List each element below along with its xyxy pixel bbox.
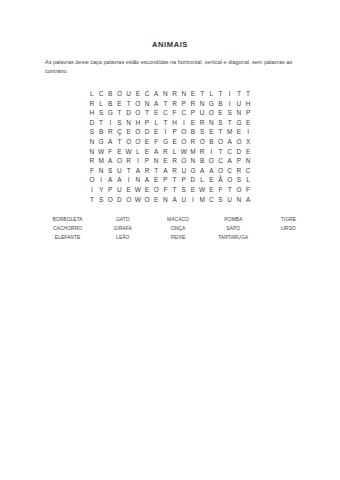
word-list-item: CACHORRO	[40, 224, 95, 233]
grid-cell[interactable]: Y	[97, 185, 106, 195]
grid-cell[interactable]: E	[124, 127, 133, 137]
grid-cell[interactable]: A	[106, 156, 115, 166]
grid-cell[interactable]: U	[124, 89, 133, 99]
grid-cell[interactable]: R	[170, 89, 179, 99]
grid-cell[interactable]: G	[106, 108, 115, 118]
grid-cell[interactable]: C	[216, 156, 225, 166]
grid-cell[interactable]: L	[133, 146, 142, 156]
grid-cell[interactable]: O	[207, 108, 216, 118]
grid-cell[interactable]: I	[225, 89, 234, 99]
grid-cell[interactable]: O	[106, 194, 115, 204]
grid-cell[interactable]: E	[133, 89, 142, 99]
word-list: BORBOLETACACHORROELEFANTEGATOGIRAFALEÃOM…	[0, 215, 340, 242]
grid-cell[interactable]: N	[152, 156, 161, 166]
grid-cell[interactable]: M	[225, 127, 234, 137]
grid-cell[interactable]: W	[97, 146, 106, 156]
grid-cell[interactable]: O	[198, 137, 207, 147]
grid-cell[interactable]: S	[97, 108, 106, 118]
grid-cell[interactable]: B	[106, 89, 115, 99]
grid-cell[interactable]: E	[124, 185, 133, 195]
grid-cell[interactable]: E	[161, 156, 170, 166]
grid-cell[interactable]: E	[234, 127, 243, 137]
grid-cell[interactable]: U	[198, 108, 207, 118]
grid-cell[interactable]: P	[142, 118, 151, 128]
grid-cell[interactable]: A	[225, 137, 234, 147]
grid-cell[interactable]: U	[234, 98, 243, 108]
grid-cell[interactable]: N	[234, 194, 243, 204]
grid-cell[interactable]: R	[87, 156, 96, 166]
grid-cell[interactable]: P	[179, 175, 188, 185]
grid-cell[interactable]: M	[198, 194, 207, 204]
grid-cell[interactable]: E	[216, 108, 225, 118]
grid-cell[interactable]: O	[152, 185, 161, 195]
grid-cell[interactable]: A	[142, 175, 151, 185]
grid-cell[interactable]: N	[161, 89, 170, 99]
word-list-item: ONÇA	[150, 224, 205, 233]
grid-cell[interactable]: S	[234, 175, 243, 185]
grid-cell[interactable]: H	[87, 108, 96, 118]
grid-cell[interactable]: F	[170, 108, 179, 118]
grid-cell[interactable]: S	[87, 127, 96, 137]
grid-cell[interactable]: P	[188, 108, 197, 118]
grid-cell[interactable]: O	[87, 175, 96, 185]
grid-cell[interactable]: E	[170, 137, 179, 147]
grid-cell[interactable]: T	[124, 166, 133, 176]
grid-cell[interactable]: I	[179, 118, 188, 128]
grid-cell[interactable]: E	[244, 146, 253, 156]
grid-cell[interactable]: O	[207, 156, 216, 166]
grid-cell[interactable]: N	[124, 118, 133, 128]
grid-cell[interactable]: R	[198, 118, 207, 128]
grid-cell[interactable]: T	[170, 175, 179, 185]
grid-cell[interactable]: B	[106, 98, 115, 108]
grid-cell[interactable]: B	[198, 156, 207, 166]
grid-cell[interactable]: G	[234, 118, 243, 128]
grid-cell[interactable]: O	[179, 127, 188, 137]
grid-cell[interactable]: O	[225, 175, 234, 185]
grid-cell[interactable]: B	[207, 137, 216, 147]
grid-cell[interactable]: W	[179, 146, 188, 156]
grid-cell[interactable]: E	[152, 108, 161, 118]
grid-cell[interactable]: A	[106, 137, 115, 147]
grid-cell[interactable]: S	[216, 118, 225, 128]
grid-cell[interactable]: A	[207, 166, 216, 176]
grid-cell[interactable]: H	[244, 98, 253, 108]
grid-cell[interactable]: O	[115, 156, 124, 166]
grid-cell[interactable]: R	[142, 166, 151, 176]
grid-cell[interactable]: I	[133, 156, 142, 166]
grid-cell[interactable]: N	[87, 146, 96, 156]
grid-cell[interactable]: O	[234, 137, 243, 147]
grid-cell[interactable]: H	[133, 118, 142, 128]
grid-cell[interactable]: E	[207, 185, 216, 195]
grid-cell[interactable]: T	[97, 118, 106, 128]
grid-cell[interactable]: T	[216, 89, 225, 99]
word-list-item: TIGRE	[261, 215, 316, 224]
grid-cell[interactable]: O	[124, 137, 133, 147]
grid-cell[interactable]: I	[244, 127, 253, 137]
grid-cell[interactable]: D	[124, 108, 133, 118]
grid-cell[interactable]: R	[124, 156, 133, 166]
grid-cell[interactable]: U	[179, 166, 188, 176]
grid-cell[interactable]: C	[244, 166, 253, 176]
grid-cell[interactable]: T	[170, 185, 179, 195]
grid-cell[interactable]: T	[216, 127, 225, 137]
grid-cell[interactable]: Ã	[216, 175, 225, 185]
grid-cell[interactable]: O	[124, 194, 133, 204]
puzzle-instructions: As palavras deste caça palavras estão es…	[45, 58, 298, 76]
grid-cell[interactable]: E	[207, 175, 216, 185]
word-list-column: TIGREURSO	[261, 215, 316, 242]
grid-cell[interactable]: O	[179, 137, 188, 147]
grid-cell[interactable]: E	[188, 185, 197, 195]
grid-cell[interactable]: F	[106, 146, 115, 156]
grid-cell[interactable]: O	[216, 137, 225, 147]
grid-cell[interactable]: P	[161, 175, 170, 185]
grid-cell[interactable]: D	[234, 146, 243, 156]
grid-cell[interactable]: O	[179, 156, 188, 166]
grid-cell[interactable]: L	[152, 118, 161, 128]
grid-cell[interactable]: A	[106, 175, 115, 185]
word-list-item: URSO	[261, 224, 316, 233]
grid-cell[interactable]: R	[198, 146, 207, 156]
word-list-item: GIRAFA	[95, 224, 150, 233]
grid-cell[interactable]: I	[87, 185, 96, 195]
grid-cell[interactable]: D	[87, 118, 96, 128]
grid-cell[interactable]: C	[225, 166, 234, 176]
grid-cell[interactable]: L	[198, 175, 207, 185]
grid-cell[interactable]: O	[142, 194, 151, 204]
grid-cell[interactable]: C	[142, 89, 151, 99]
grid-cell[interactable]: O	[133, 137, 142, 147]
grid-cell[interactable]: C	[97, 89, 106, 99]
word-list-item: LEÃO	[95, 233, 150, 242]
grid-cell[interactable]: N	[161, 194, 170, 204]
grid-cell[interactable]: W	[133, 194, 142, 204]
grid-cell[interactable]: H	[170, 118, 179, 128]
grid-cell[interactable]: P	[179, 98, 188, 108]
word-list-item: POMBA	[206, 215, 261, 224]
grid-cell[interactable]: L	[87, 89, 96, 99]
word-list-item: GATO	[95, 215, 150, 224]
grid-cell[interactable]: I	[188, 194, 197, 204]
grid-cell[interactable]: T	[216, 146, 225, 156]
grid-cell[interactable]: S	[179, 185, 188, 195]
grid-cell[interactable]: N	[142, 98, 151, 108]
grid-cell[interactable]: S	[97, 194, 106, 204]
grid-cell[interactable]: S	[225, 108, 234, 118]
grid-cell[interactable]: R	[234, 166, 243, 176]
grid-cell[interactable]: M	[97, 156, 106, 166]
grid-cell[interactable]: B	[188, 127, 197, 137]
grid-cell[interactable]: L	[207, 89, 216, 99]
grid-cell[interactable]: F	[152, 137, 161, 147]
grid-cell[interactable]: I	[207, 146, 216, 156]
grid-cell[interactable]: N	[244, 156, 253, 166]
word-list-column: BORBOLETACACHORROELEFANTE	[40, 215, 95, 242]
grid-cell[interactable]: T	[115, 108, 124, 118]
grid-cell[interactable]: R	[188, 98, 197, 108]
grid-cell[interactable]: E	[142, 146, 151, 156]
grid-cell[interactable]: M	[188, 146, 197, 156]
grid-cell[interactable]: G	[188, 166, 197, 176]
word-list-column: POMBASAPOTARTARUGA	[206, 215, 261, 242]
grid-cell[interactable]: U	[115, 166, 124, 176]
grid-cell[interactable]: A	[152, 146, 161, 156]
grid-cell[interactable]: T	[142, 108, 151, 118]
grid-cell[interactable]: N	[87, 137, 96, 147]
grid-cell[interactable]: I	[97, 175, 106, 185]
grid-cell[interactable]: W	[133, 185, 142, 195]
grid-cell[interactable]: P	[142, 156, 151, 166]
grid-cell[interactable]: O	[133, 108, 142, 118]
grid-cell[interactable]: L	[244, 175, 253, 185]
grid-cell[interactable]: A	[198, 166, 207, 176]
word-list-column: GATOGIRAFALEÃO	[95, 215, 150, 242]
word-list-item: ELEFANTE	[40, 233, 95, 242]
grid-cell[interactable]: A	[152, 89, 161, 99]
grid-cell[interactable]: F	[161, 185, 170, 195]
puzzle-title: ANIMAIS	[0, 40, 340, 49]
grid-cell[interactable]: P	[234, 156, 243, 166]
grid-cell[interactable]: O	[216, 166, 225, 176]
grid-cell[interactable]: T	[225, 118, 234, 128]
grid-cell[interactable]: P	[106, 185, 115, 195]
grid-cell[interactable]: A	[133, 166, 142, 176]
grid-cell[interactable]: B	[216, 98, 225, 108]
grid-cell[interactable]: F	[244, 185, 253, 195]
grid-cell[interactable]: C	[207, 194, 216, 204]
grid-cell[interactable]: R	[161, 146, 170, 156]
grid-cell[interactable]: R	[170, 166, 179, 176]
grid-cell[interactable]: N	[207, 118, 216, 128]
grid-cell[interactable]: O	[234, 185, 243, 195]
grid-cell[interactable]: R	[87, 98, 96, 108]
grid-cell[interactable]: E	[115, 146, 124, 156]
grid-cell[interactable]: E	[188, 89, 197, 99]
word-list-item: TARTARUGA	[206, 233, 261, 242]
grid-cell[interactable]: G	[207, 98, 216, 108]
grid-cell[interactable]: A	[170, 194, 179, 204]
grid-cell[interactable]: N	[97, 166, 106, 176]
word-list-item: BORBOLETA	[40, 215, 95, 224]
grid-cell[interactable]: E	[152, 175, 161, 185]
grid-cell[interactable]: E	[207, 127, 216, 137]
grid-cell[interactable]: T	[198, 89, 207, 99]
grid-cell[interactable]: R	[188, 137, 197, 147]
word-list-item: PEIXE	[150, 233, 205, 242]
grid-cell[interactable]: R	[170, 156, 179, 166]
grid-cell[interactable]: N	[179, 89, 188, 99]
grid-cell[interactable]: N	[234, 108, 243, 118]
grid-cell[interactable]: T	[115, 137, 124, 147]
grid-cell[interactable]: P	[170, 127, 179, 137]
grid-cell[interactable]: I	[106, 118, 115, 128]
grid-cell[interactable]: L	[170, 146, 179, 156]
grid-cell[interactable]: T	[225, 185, 234, 195]
grid-cell[interactable]: E	[152, 194, 161, 204]
grid-cell[interactable]: A	[152, 98, 161, 108]
grid-cell[interactable]: A	[244, 194, 253, 204]
grid-cell[interactable]: T	[152, 166, 161, 176]
grid-cell[interactable]: U	[115, 185, 124, 195]
grid-cell[interactable]: E	[115, 98, 124, 108]
word-list-column: MACACOONÇAPEIXE	[150, 215, 205, 242]
grid-cell[interactable]: R	[170, 98, 179, 108]
grid-cell[interactable]: T	[161, 118, 170, 128]
grid-cell[interactable]: X	[244, 137, 253, 147]
grid-cell[interactable]: I	[124, 175, 133, 185]
grid-cell[interactable]: B	[97, 127, 106, 137]
grid-cell[interactable]: I	[225, 98, 234, 108]
grid-cell[interactable]: G	[97, 137, 106, 147]
grid-cell[interactable]: S	[198, 127, 207, 137]
grid-cell[interactable]: F	[87, 166, 96, 176]
grid-cell[interactable]: E	[244, 118, 253, 128]
grid-cell[interactable]: I	[161, 127, 170, 137]
grid-cell[interactable]: O	[133, 127, 142, 137]
grid-cell[interactable]: A	[161, 166, 170, 176]
grid-cell[interactable]: S	[106, 166, 115, 176]
grid-cell[interactable]: L	[97, 98, 106, 108]
grid-cell[interactable]: O	[133, 98, 142, 108]
grid-cell[interactable]: E	[142, 137, 151, 147]
grid-cell[interactable]: U	[225, 194, 234, 204]
grid-cell[interactable]: A	[225, 156, 234, 166]
grid-cell[interactable]: A	[115, 175, 124, 185]
grid-cell[interactable]: T	[161, 98, 170, 108]
grid-cell[interactable]: T	[87, 194, 96, 204]
puzzle-page: ANIMAIS As palavras deste caça palavras …	[0, 0, 340, 480]
grid-cell[interactable]: W	[124, 146, 133, 156]
grid-cell[interactable]: N	[133, 175, 142, 185]
word-list-item: MACACO	[150, 215, 205, 224]
grid-cell[interactable]: C	[225, 146, 234, 156]
grid-cell[interactable]: C	[161, 108, 170, 118]
grid-cell[interactable]: S	[216, 194, 225, 204]
grid-cell[interactable]: F	[216, 185, 225, 195]
grid-cell[interactable]: N	[198, 98, 207, 108]
grid-cell[interactable]: G	[161, 137, 170, 147]
grid-cell[interactable]: S	[115, 118, 124, 128]
grid-cell[interactable]: D	[142, 127, 151, 137]
grid-cell[interactable]: Ç	[115, 127, 124, 137]
grid-cell[interactable]: D	[188, 175, 197, 185]
grid-cell[interactable]: E	[152, 127, 161, 137]
word-search-grid: LCBOUECANRNETLTITTRLBETONATRPRNGBIUHHSGT…	[0, 89, 340, 204]
grid-cell[interactable]: W	[198, 185, 207, 195]
grid-cell[interactable]: R	[106, 127, 115, 137]
grid-cell[interactable]: N	[188, 156, 197, 166]
grid-cell[interactable]: O	[115, 89, 124, 99]
grid-cell[interactable]: E	[188, 118, 197, 128]
grid-cell[interactable]: T	[234, 89, 243, 99]
grid-cell[interactable]: D	[115, 194, 124, 204]
grid-cell[interactable]: P	[244, 108, 253, 118]
word-list-item: SAPO	[206, 224, 261, 233]
grid-cell[interactable]: T	[244, 89, 253, 99]
grid-cell[interactable]: U	[179, 194, 188, 204]
grid-cell[interactable]: E	[142, 185, 151, 195]
grid-cell[interactable]: T	[124, 98, 133, 108]
grid-cell[interactable]: C	[179, 108, 188, 118]
